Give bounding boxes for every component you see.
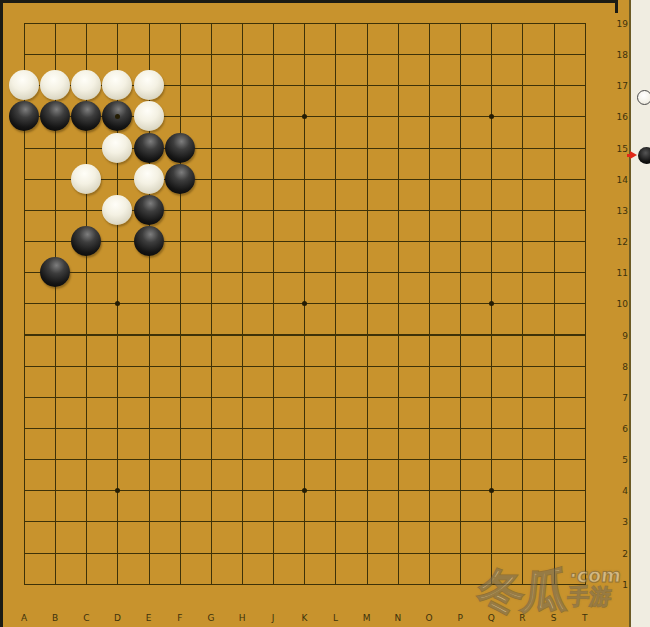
board-intersection-B6[interactable] — [40, 412, 71, 443]
board-intersection-Q18[interactable] — [476, 39, 507, 70]
board-intersection-E2[interactable] — [133, 537, 164, 568]
board-intersection-D5[interactable] — [102, 443, 133, 474]
board-intersection-J7[interactable] — [258, 381, 289, 412]
board-intersection-S12[interactable] — [538, 225, 569, 256]
board-intersection-M7[interactable] — [351, 381, 382, 412]
board-intersection-C5[interactable] — [71, 443, 102, 474]
board-intersection-N17[interactable] — [382, 70, 413, 101]
board-intersection-A2[interactable] — [8, 537, 39, 568]
board-intersection-C8[interactable] — [71, 350, 102, 381]
board-intersection-A18[interactable] — [8, 39, 39, 70]
board-intersection-A12[interactable] — [8, 225, 39, 256]
board-intersection-P14[interactable] — [444, 163, 475, 194]
board-intersection-T18[interactable] — [569, 39, 600, 70]
board-intersection-K11[interactable] — [289, 257, 320, 288]
board-intersection-R13[interactable] — [507, 194, 538, 225]
board-intersection-K18[interactable] — [289, 39, 320, 70]
board-intersection-H9[interactable] — [226, 319, 257, 350]
board-intersection-S6[interactable] — [538, 412, 569, 443]
board-intersection-P13[interactable] — [444, 194, 475, 225]
board-intersection-S14[interactable] — [538, 163, 569, 194]
board-intersection-L11[interactable] — [320, 257, 351, 288]
board-intersection-O11[interactable] — [413, 257, 444, 288]
board-intersection-M8[interactable] — [351, 350, 382, 381]
board-intersection-Q3[interactable] — [476, 506, 507, 537]
board-intersection-K2[interactable] — [289, 537, 320, 568]
board-intersection-T9[interactable] — [569, 319, 600, 350]
board-intersection-E15[interactable] — [133, 132, 164, 163]
board-intersection-Q15[interactable] — [476, 132, 507, 163]
board-intersection-R7[interactable] — [507, 381, 538, 412]
board-intersection-O3[interactable] — [413, 506, 444, 537]
board-intersection-B5[interactable] — [40, 443, 71, 474]
board-intersection-N15[interactable] — [382, 132, 413, 163]
board-intersection-C18[interactable] — [71, 39, 102, 70]
board-intersection-S2[interactable] — [538, 537, 569, 568]
board-intersection-D12[interactable] — [102, 225, 133, 256]
board-intersection-H1[interactable] — [226, 568, 257, 599]
board-intersection-L15[interactable] — [320, 132, 351, 163]
board-intersection-S11[interactable] — [538, 257, 569, 288]
board-intersection-Q1[interactable] — [476, 568, 507, 599]
board-intersection-B13[interactable] — [40, 194, 71, 225]
board-intersection-G19[interactable] — [195, 7, 226, 38]
board-intersection-N8[interactable] — [382, 350, 413, 381]
board-intersection-T1[interactable] — [569, 568, 600, 599]
board-intersection-M11[interactable] — [351, 257, 382, 288]
board-intersection-B18[interactable] — [40, 39, 71, 70]
board-intersection-C7[interactable] — [71, 381, 102, 412]
board-intersection-R12[interactable] — [507, 225, 538, 256]
board-intersection-D15[interactable] — [102, 132, 133, 163]
board-intersection-M10[interactable] — [351, 288, 382, 319]
board-intersection-N18[interactable] — [382, 39, 413, 70]
board-intersection-D14[interactable] — [102, 163, 133, 194]
board-intersection-F16[interactable] — [164, 101, 195, 132]
board-intersection-K19[interactable] — [289, 7, 320, 38]
board-intersection-T13[interactable] — [569, 194, 600, 225]
board-intersection-M16[interactable] — [351, 101, 382, 132]
board-intersection-E5[interactable] — [133, 443, 164, 474]
board-intersection-B7[interactable] — [40, 381, 71, 412]
board-intersection-T11[interactable] — [569, 257, 600, 288]
board-intersection-O10[interactable] — [413, 288, 444, 319]
board-intersection-C10[interactable] — [71, 288, 102, 319]
board-intersection-K3[interactable] — [289, 506, 320, 537]
board-intersection-G18[interactable] — [195, 39, 226, 70]
board-intersection-G16[interactable] — [195, 101, 226, 132]
board-intersection-G8[interactable] — [195, 350, 226, 381]
board-intersection-R10[interactable] — [507, 288, 538, 319]
board-intersection-Q13[interactable] — [476, 194, 507, 225]
board-intersection-S8[interactable] — [538, 350, 569, 381]
board-intersection-L19[interactable] — [320, 7, 351, 38]
board-intersection-H7[interactable] — [226, 381, 257, 412]
board-intersection-S18[interactable] — [538, 39, 569, 70]
board-intersection-D18[interactable] — [102, 39, 133, 70]
board-intersection-L13[interactable] — [320, 194, 351, 225]
board-intersection-F6[interactable] — [164, 412, 195, 443]
board-intersection-M17[interactable] — [351, 70, 382, 101]
board-intersection-S1[interactable] — [538, 568, 569, 599]
board-intersection-C16[interactable] — [71, 101, 102, 132]
board-intersection-O4[interactable] — [413, 475, 444, 506]
board-intersection-C6[interactable] — [71, 412, 102, 443]
board-intersection-R8[interactable] — [507, 350, 538, 381]
board-intersection-F12[interactable] — [164, 225, 195, 256]
board-intersection-N1[interactable] — [382, 568, 413, 599]
board-intersection-Q14[interactable] — [476, 163, 507, 194]
board-intersection-D7[interactable] — [102, 381, 133, 412]
board-intersection-Q9[interactable] — [476, 319, 507, 350]
board-intersection-A17[interactable] — [8, 70, 39, 101]
board-intersection-P15[interactable] — [444, 132, 475, 163]
board-intersection-F4[interactable] — [164, 475, 195, 506]
board-intersection-F9[interactable] — [164, 319, 195, 350]
board-intersection-O12[interactable] — [413, 225, 444, 256]
board-intersection-N12[interactable] — [382, 225, 413, 256]
board-intersection-P17[interactable] — [444, 70, 475, 101]
board-intersection-P12[interactable] — [444, 225, 475, 256]
board-intersection-N3[interactable] — [382, 506, 413, 537]
board-intersection-D17[interactable] — [102, 70, 133, 101]
board-intersection-J5[interactable] — [258, 443, 289, 474]
board-intersection-S9[interactable] — [538, 319, 569, 350]
board-intersection-H4[interactable] — [226, 475, 257, 506]
board-intersection-R1[interactable] — [507, 568, 538, 599]
board-intersection-O7[interactable] — [413, 381, 444, 412]
board-intersection-O5[interactable] — [413, 443, 444, 474]
board-intersection-D1[interactable] — [102, 568, 133, 599]
board-intersection-O18[interactable] — [413, 39, 444, 70]
board-intersection-D11[interactable] — [102, 257, 133, 288]
board-intersection-P3[interactable] — [444, 506, 475, 537]
board-intersection-N11[interactable] — [382, 257, 413, 288]
board-intersection-D13[interactable] — [102, 194, 133, 225]
board-intersection-M9[interactable] — [351, 319, 382, 350]
board-intersection-M15[interactable] — [351, 132, 382, 163]
board-intersection-B3[interactable] — [40, 506, 71, 537]
board-intersection-E16[interactable] — [133, 101, 164, 132]
board-intersection-J4[interactable] — [258, 475, 289, 506]
board-intersection-B12[interactable] — [40, 225, 71, 256]
board-intersection-E11[interactable] — [133, 257, 164, 288]
board-intersection-L12[interactable] — [320, 225, 351, 256]
board-intersection-G3[interactable] — [195, 506, 226, 537]
board-intersection-A9[interactable] — [8, 319, 39, 350]
board-intersection-C9[interactable] — [71, 319, 102, 350]
board-intersection-E6[interactable] — [133, 412, 164, 443]
board-intersection-F15[interactable] — [164, 132, 195, 163]
board-intersection-P11[interactable] — [444, 257, 475, 288]
board-intersection-S3[interactable] — [538, 506, 569, 537]
board-intersection-D3[interactable] — [102, 506, 133, 537]
board-intersection-M19[interactable] — [351, 7, 382, 38]
board-intersection-E3[interactable] — [133, 506, 164, 537]
board-intersection-G15[interactable] — [195, 132, 226, 163]
board-intersection-C12[interactable] — [71, 225, 102, 256]
board-intersection-H6[interactable] — [226, 412, 257, 443]
board-intersection-P7[interactable] — [444, 381, 475, 412]
board-intersection-N2[interactable] — [382, 537, 413, 568]
board-intersection-J13[interactable] — [258, 194, 289, 225]
board-intersection-J11[interactable] — [258, 257, 289, 288]
board-intersection-R4[interactable] — [507, 475, 538, 506]
board-intersection-Q5[interactable] — [476, 443, 507, 474]
board-intersection-P10[interactable] — [444, 288, 475, 319]
board-intersection-K12[interactable] — [289, 225, 320, 256]
board-intersection-O16[interactable] — [413, 101, 444, 132]
board-intersection-N6[interactable] — [382, 412, 413, 443]
board-intersection-G14[interactable] — [195, 163, 226, 194]
board-intersection-O17[interactable] — [413, 70, 444, 101]
board-intersection-T16[interactable] — [569, 101, 600, 132]
board-intersection-M18[interactable] — [351, 39, 382, 70]
board-intersection-Q17[interactable] — [476, 70, 507, 101]
board-intersection-A6[interactable] — [8, 412, 39, 443]
board-intersection-L6[interactable] — [320, 412, 351, 443]
board-intersection-E13[interactable] — [133, 194, 164, 225]
board-intersection-T7[interactable] — [569, 381, 600, 412]
board-intersection-Q6[interactable] — [476, 412, 507, 443]
board-intersection-E14[interactable] — [133, 163, 164, 194]
board-intersection-B2[interactable] — [40, 537, 71, 568]
board-intersection-S19[interactable] — [538, 7, 569, 38]
board-intersection-H2[interactable] — [226, 537, 257, 568]
board-intersection-F1[interactable] — [164, 568, 195, 599]
board-intersection-Q2[interactable] — [476, 537, 507, 568]
board-intersection-A19[interactable] — [8, 7, 39, 38]
board-intersection-O6[interactable] — [413, 412, 444, 443]
board-intersection-R17[interactable] — [507, 70, 538, 101]
board-intersection-B15[interactable] — [40, 132, 71, 163]
board-intersection-H3[interactable] — [226, 506, 257, 537]
board-intersection-P2[interactable] — [444, 537, 475, 568]
board-intersection-O14[interactable] — [413, 163, 444, 194]
board-intersection-B11[interactable] — [40, 257, 71, 288]
board-intersection-J16[interactable] — [258, 101, 289, 132]
board-intersection-S13[interactable] — [538, 194, 569, 225]
board-intersection-G5[interactable] — [195, 443, 226, 474]
board-intersection-R16[interactable] — [507, 101, 538, 132]
board-intersection-A5[interactable] — [8, 443, 39, 474]
board-intersection-K9[interactable] — [289, 319, 320, 350]
board-intersection-B10[interactable] — [40, 288, 71, 319]
board-intersection-K8[interactable] — [289, 350, 320, 381]
board-intersection-D9[interactable] — [102, 319, 133, 350]
board-intersection-O15[interactable] — [413, 132, 444, 163]
board-intersection-N9[interactable] — [382, 319, 413, 350]
board-intersection-H13[interactable] — [226, 194, 257, 225]
board-intersection-H14[interactable] — [226, 163, 257, 194]
board-intersection-A14[interactable] — [8, 163, 39, 194]
board-intersection-C4[interactable] — [71, 475, 102, 506]
board-intersection-R9[interactable] — [507, 319, 538, 350]
board-intersection-E1[interactable] — [133, 568, 164, 599]
board-intersection-J1[interactable] — [258, 568, 289, 599]
board-intersection-E12[interactable] — [133, 225, 164, 256]
board-intersection-N10[interactable] — [382, 288, 413, 319]
board-intersection-A10[interactable] — [8, 288, 39, 319]
board-intersection-M1[interactable] — [351, 568, 382, 599]
board-intersection-T15[interactable] — [569, 132, 600, 163]
board-intersection-H8[interactable] — [226, 350, 257, 381]
board-intersection-F14[interactable] — [164, 163, 195, 194]
board-intersection-C14[interactable] — [71, 163, 102, 194]
board-intersection-L4[interactable] — [320, 475, 351, 506]
board-intersection-B4[interactable] — [40, 475, 71, 506]
board-intersection-L14[interactable] — [320, 163, 351, 194]
board-intersection-S5[interactable] — [538, 443, 569, 474]
board-intersection-M6[interactable] — [351, 412, 382, 443]
board-intersection-M2[interactable] — [351, 537, 382, 568]
board-intersection-G7[interactable] — [195, 381, 226, 412]
board-intersection-L1[interactable] — [320, 568, 351, 599]
board-intersection-T4[interactable] — [569, 475, 600, 506]
board-intersection-F3[interactable] — [164, 506, 195, 537]
board-intersection-J2[interactable] — [258, 537, 289, 568]
board-intersection-A3[interactable] — [8, 506, 39, 537]
board-intersection-P19[interactable] — [444, 7, 475, 38]
board-intersection-N4[interactable] — [382, 475, 413, 506]
board-intersection-F8[interactable] — [164, 350, 195, 381]
board-intersection-S7[interactable] — [538, 381, 569, 412]
board-intersection-A1[interactable] — [8, 568, 39, 599]
board-intersection-B1[interactable] — [40, 568, 71, 599]
board-intersection-J19[interactable] — [258, 7, 289, 38]
board-intersection-L5[interactable] — [320, 443, 351, 474]
board-intersection-O19[interactable] — [413, 7, 444, 38]
board-intersection-R5[interactable] — [507, 443, 538, 474]
board-intersection-D2[interactable] — [102, 537, 133, 568]
board-intersection-G4[interactable] — [195, 475, 226, 506]
board-intersection-M13[interactable] — [351, 194, 382, 225]
board-intersection-N5[interactable] — [382, 443, 413, 474]
board-intersection-T10[interactable] — [569, 288, 600, 319]
board-intersection-R18[interactable] — [507, 39, 538, 70]
board-intersection-B9[interactable] — [40, 319, 71, 350]
board-intersection-J18[interactable] — [258, 39, 289, 70]
board-intersection-F7[interactable] — [164, 381, 195, 412]
board-intersection-K13[interactable] — [289, 194, 320, 225]
board-intersection-M14[interactable] — [351, 163, 382, 194]
board-intersection-J3[interactable] — [258, 506, 289, 537]
board-intersection-E18[interactable] — [133, 39, 164, 70]
board-intersection-H11[interactable] — [226, 257, 257, 288]
board-intersection-F13[interactable] — [164, 194, 195, 225]
board-intersection-E7[interactable] — [133, 381, 164, 412]
board-intersection-D8[interactable] — [102, 350, 133, 381]
board-intersection-N16[interactable] — [382, 101, 413, 132]
board-intersection-C3[interactable] — [71, 506, 102, 537]
board-intersection-A15[interactable] — [8, 132, 39, 163]
board-intersection-O13[interactable] — [413, 194, 444, 225]
board-intersection-A16[interactable] — [8, 101, 39, 132]
board-intersection-C11[interactable] — [71, 257, 102, 288]
board-intersection-R14[interactable] — [507, 163, 538, 194]
board-intersection-Q19[interactable] — [476, 7, 507, 38]
board-intersection-G1[interactable] — [195, 568, 226, 599]
board-intersection-S10[interactable] — [538, 288, 569, 319]
board-intersection-Q11[interactable] — [476, 257, 507, 288]
board-intersection-R15[interactable] — [507, 132, 538, 163]
board-intersection-R19[interactable] — [507, 7, 538, 38]
board-intersection-T3[interactable] — [569, 506, 600, 537]
board-intersection-H19[interactable] — [226, 7, 257, 38]
board-intersection-M5[interactable] — [351, 443, 382, 474]
board-intersection-L8[interactable] — [320, 350, 351, 381]
board-intersection-T2[interactable] — [569, 537, 600, 568]
board-intersection-O2[interactable] — [413, 537, 444, 568]
board-intersection-Q8[interactable] — [476, 350, 507, 381]
board-intersection-F18[interactable] — [164, 39, 195, 70]
board-intersection-Q12[interactable] — [476, 225, 507, 256]
board-intersection-E9[interactable] — [133, 319, 164, 350]
board-intersection-F19[interactable] — [164, 7, 195, 38]
board-intersection-B19[interactable] — [40, 7, 71, 38]
board-intersection-K6[interactable] — [289, 412, 320, 443]
board-intersection-S15[interactable] — [538, 132, 569, 163]
board-intersection-P16[interactable] — [444, 101, 475, 132]
board-intersection-G6[interactable] — [195, 412, 226, 443]
board-intersection-T8[interactable] — [569, 350, 600, 381]
board-intersection-E8[interactable] — [133, 350, 164, 381]
board-intersection-J10[interactable] — [258, 288, 289, 319]
board-intersection-M4[interactable] — [351, 475, 382, 506]
board-intersection-K14[interactable] — [289, 163, 320, 194]
board-intersection-C15[interactable] — [71, 132, 102, 163]
board-intersection-C17[interactable] — [71, 70, 102, 101]
board-intersection-B16[interactable] — [40, 101, 71, 132]
board-intersection-J14[interactable] — [258, 163, 289, 194]
board-intersection-O8[interactable] — [413, 350, 444, 381]
board-intersection-H5[interactable] — [226, 443, 257, 474]
board-intersection-A13[interactable] — [8, 194, 39, 225]
board-intersection-R2[interactable] — [507, 537, 538, 568]
board-intersection-H12[interactable] — [226, 225, 257, 256]
board-intersection-A11[interactable] — [8, 257, 39, 288]
board-intersection-N13[interactable] — [382, 194, 413, 225]
board-intersection-G13[interactable] — [195, 194, 226, 225]
board-intersection-B8[interactable] — [40, 350, 71, 381]
board-intersection-T12[interactable] — [569, 225, 600, 256]
board-intersection-C2[interactable] — [71, 537, 102, 568]
board-intersection-P4[interactable] — [444, 475, 475, 506]
board-intersection-K5[interactable] — [289, 443, 320, 474]
board-intersection-S4[interactable] — [538, 475, 569, 506]
board-intersection-H17[interactable] — [226, 70, 257, 101]
board-intersection-J12[interactable] — [258, 225, 289, 256]
board-intersection-J8[interactable] — [258, 350, 289, 381]
board-intersection-N14[interactable] — [382, 163, 413, 194]
board-intersection-A8[interactable] — [8, 350, 39, 381]
board-intersection-E4[interactable] — [133, 475, 164, 506]
board-intersection-L3[interactable] — [320, 506, 351, 537]
board-intersection-G2[interactable] — [195, 537, 226, 568]
board-intersection-D6[interactable] — [102, 412, 133, 443]
board-intersection-Q7[interactable] — [476, 381, 507, 412]
board-intersection-G17[interactable] — [195, 70, 226, 101]
board-intersection-T6[interactable] — [569, 412, 600, 443]
board-intersection-A4[interactable] — [8, 475, 39, 506]
board-intersection-S17[interactable] — [538, 70, 569, 101]
board-intersection-T5[interactable] — [569, 443, 600, 474]
board-intersection-B17[interactable] — [40, 70, 71, 101]
board-intersection-L7[interactable] — [320, 381, 351, 412]
board-intersection-P6[interactable] — [444, 412, 475, 443]
board-intersection-C13[interactable] — [71, 194, 102, 225]
board-intersection-M12[interactable] — [351, 225, 382, 256]
